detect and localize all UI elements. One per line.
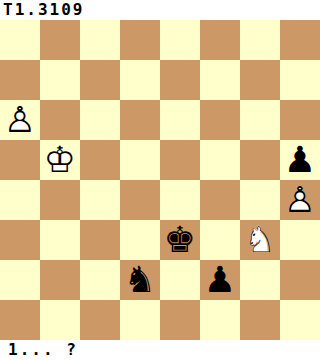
square-g8[interactable] xyxy=(240,20,280,60)
white-king-fill: ♚ xyxy=(40,140,80,180)
black-pawn: ♟ xyxy=(280,140,320,180)
square-e4[interactable] xyxy=(160,180,200,220)
square-a2[interactable] xyxy=(0,260,40,300)
square-g4[interactable] xyxy=(240,180,280,220)
square-d2[interactable]: ♞ xyxy=(120,260,160,300)
square-g6[interactable] xyxy=(240,100,280,140)
square-a3[interactable] xyxy=(0,220,40,260)
square-b5[interactable]: ♚♔ xyxy=(40,140,80,180)
square-h4[interactable]: ♟♙ xyxy=(280,180,320,220)
square-h6[interactable] xyxy=(280,100,320,140)
square-d3[interactable] xyxy=(120,220,160,260)
square-e1[interactable] xyxy=(160,300,200,340)
white-pawn: ♙ xyxy=(0,100,40,140)
square-e6[interactable] xyxy=(160,100,200,140)
square-c2[interactable] xyxy=(80,260,120,300)
square-d4[interactable] xyxy=(120,180,160,220)
square-g3[interactable]: ♞♘ xyxy=(240,220,280,260)
square-b3[interactable] xyxy=(40,220,80,260)
square-c6[interactable] xyxy=(80,100,120,140)
square-e5[interactable] xyxy=(160,140,200,180)
square-e2[interactable] xyxy=(160,260,200,300)
white-knight: ♘ xyxy=(240,220,280,260)
black-pawn: ♟ xyxy=(200,260,240,300)
square-b6[interactable] xyxy=(40,100,80,140)
square-f8[interactable] xyxy=(200,20,240,60)
square-g1[interactable] xyxy=(240,300,280,340)
square-b1[interactable] xyxy=(40,300,80,340)
square-h8[interactable] xyxy=(280,20,320,60)
black-knight: ♞ xyxy=(120,260,160,300)
square-a6[interactable]: ♟♙ xyxy=(0,100,40,140)
square-f6[interactable] xyxy=(200,100,240,140)
white-pawn-fill: ♟ xyxy=(0,100,40,140)
square-g7[interactable] xyxy=(240,60,280,100)
square-a8[interactable] xyxy=(0,20,40,60)
square-c4[interactable] xyxy=(80,180,120,220)
square-f3[interactable] xyxy=(200,220,240,260)
chess-puzzle-app: T1.3109 ♟♙♚♔♟♟♙♚♞♘♞♟ 1... ? xyxy=(0,0,320,360)
square-f2[interactable]: ♟ xyxy=(200,260,240,300)
square-c1[interactable] xyxy=(80,300,120,340)
square-d6[interactable] xyxy=(120,100,160,140)
square-c8[interactable] xyxy=(80,20,120,60)
square-a4[interactable] xyxy=(0,180,40,220)
square-f7[interactable] xyxy=(200,60,240,100)
square-d8[interactable] xyxy=(120,20,160,60)
square-h2[interactable] xyxy=(280,260,320,300)
chess-board: ♟♙♚♔♟♟♙♚♞♘♞♟ xyxy=(0,20,320,340)
square-c7[interactable] xyxy=(80,60,120,100)
white-king: ♔ xyxy=(40,140,80,180)
square-b4[interactable] xyxy=(40,180,80,220)
square-d1[interactable] xyxy=(120,300,160,340)
square-b8[interactable] xyxy=(40,20,80,60)
square-f5[interactable] xyxy=(200,140,240,180)
square-e7[interactable] xyxy=(160,60,200,100)
square-f4[interactable] xyxy=(200,180,240,220)
square-h5[interactable]: ♟ xyxy=(280,140,320,180)
square-f1[interactable] xyxy=(200,300,240,340)
puzzle-id: T1.3109 xyxy=(0,0,320,20)
square-a5[interactable] xyxy=(0,140,40,180)
square-g2[interactable] xyxy=(240,260,280,300)
square-c5[interactable] xyxy=(80,140,120,180)
square-h3[interactable] xyxy=(280,220,320,260)
white-knight-fill: ♞ xyxy=(240,220,280,260)
square-d5[interactable] xyxy=(120,140,160,180)
square-e8[interactable] xyxy=(160,20,200,60)
square-b2[interactable] xyxy=(40,260,80,300)
square-h7[interactable] xyxy=(280,60,320,100)
square-b7[interactable] xyxy=(40,60,80,100)
square-g5[interactable] xyxy=(240,140,280,180)
move-prompt: 1... ? xyxy=(0,340,320,360)
square-d7[interactable] xyxy=(120,60,160,100)
square-c3[interactable] xyxy=(80,220,120,260)
square-e3[interactable]: ♚ xyxy=(160,220,200,260)
square-h1[interactable] xyxy=(280,300,320,340)
white-pawn-fill: ♟ xyxy=(280,180,320,220)
square-a1[interactable] xyxy=(0,300,40,340)
square-a7[interactable] xyxy=(0,60,40,100)
black-king: ♚ xyxy=(160,220,200,260)
white-pawn: ♙ xyxy=(280,180,320,220)
